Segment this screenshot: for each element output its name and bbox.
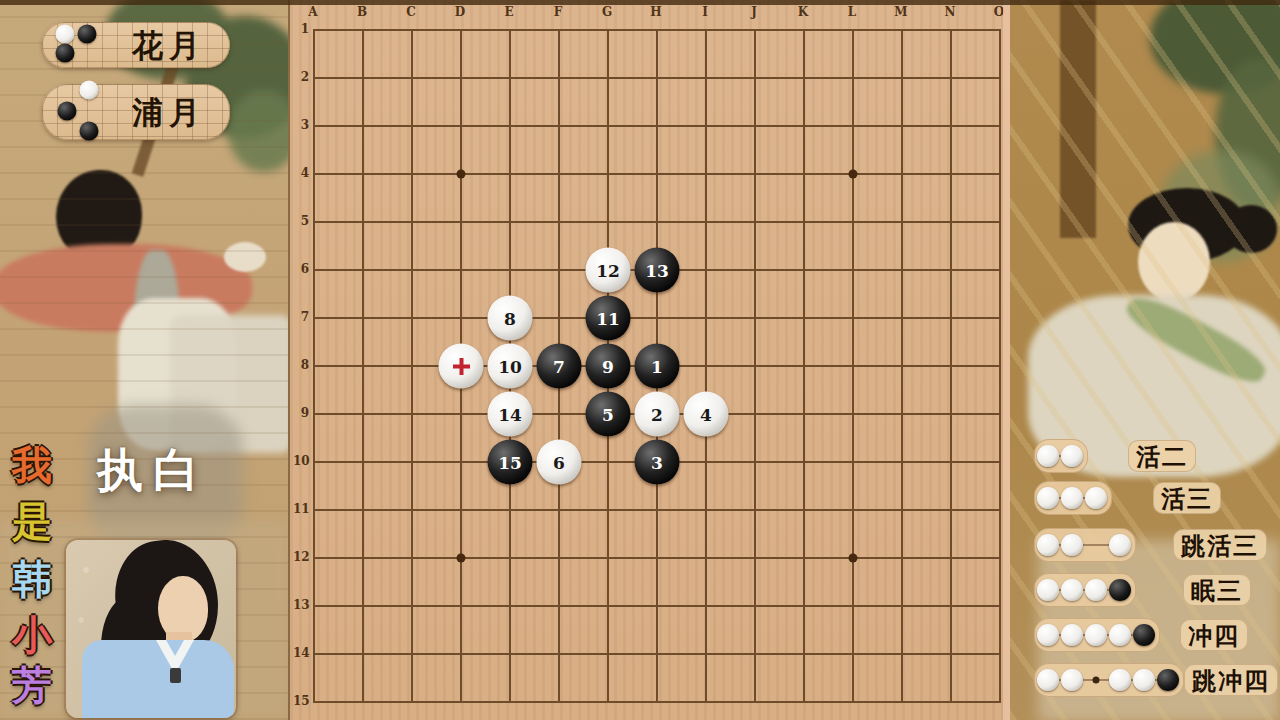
row-label: 6: [293, 262, 309, 276]
avatar-mic-clip: [170, 668, 181, 683]
opening-mini-stone: [58, 101, 77, 120]
stone-move-6: 6: [537, 440, 582, 485]
star-point: [457, 554, 466, 563]
row-label: 13: [293, 598, 309, 612]
column-label: E: [504, 5, 513, 19]
gomoku-lesson-screen: ABCDEFGHIJKLMNO 123456789101112131415 12…: [0, 0, 1280, 720]
painted-lady-hair: [1128, 188, 1246, 262]
pattern-stone: [1037, 487, 1059, 509]
streamer-avatar: [66, 540, 236, 718]
painted-figure-gown: [118, 298, 236, 450]
column-label: F: [554, 5, 563, 19]
painted-lady-sash: [1120, 288, 1271, 391]
painted-figure-drape: [134, 250, 180, 428]
stone-move-16: [439, 344, 484, 389]
pattern-stone: [1133, 624, 1155, 646]
streamer-name-char: 韩: [12, 552, 52, 607]
stone-move-2: 2: [635, 392, 680, 437]
star-point: [849, 170, 858, 179]
right-background-painting: [1010, 0, 1280, 720]
opening-mini-stone: [80, 81, 99, 100]
column-label: M: [894, 5, 907, 19]
column-label: C: [406, 5, 416, 19]
opening-mini-stone: [56, 44, 75, 63]
stone-move-7: 7: [537, 344, 582, 389]
column-label: L: [848, 5, 856, 19]
foliage-decoration: [1160, 150, 1280, 262]
pattern-label: 眠三: [1183, 574, 1251, 606]
pattern-stone: [1061, 669, 1083, 691]
row-label: 3: [293, 118, 309, 132]
streamer-name-char: 我: [12, 438, 52, 493]
row-label: 15: [293, 694, 309, 708]
pattern-stone: [1085, 624, 1107, 646]
last-move-cross-marker: [459, 358, 463, 375]
column-label: K: [798, 5, 808, 19]
column-label: I: [702, 5, 708, 19]
row-label: 1: [293, 22, 309, 36]
pattern-stone: [1061, 624, 1083, 646]
row-label: 8: [293, 358, 309, 372]
streamer-name-char: 是: [12, 494, 52, 549]
column-label: O: [994, 5, 1004, 19]
drapery-decoration: [170, 315, 288, 453]
pattern-label: 冲四: [1180, 619, 1248, 651]
stone-move-5: 5: [586, 392, 631, 437]
pattern-stone: [1109, 579, 1131, 601]
stone-move-12: 12: [586, 248, 631, 293]
playing-white-status: 执白: [97, 440, 209, 502]
row-label: 7: [293, 310, 309, 324]
pattern-stone: [1085, 579, 1107, 601]
stone-move-3: 3: [635, 440, 680, 485]
foliage-decoration: [228, 90, 288, 172]
row-label: 11: [293, 502, 309, 516]
pattern-stone: [1061, 534, 1083, 556]
star-point: [849, 554, 858, 563]
opening-mini-stone: [78, 25, 97, 44]
pattern-label: 活二: [1128, 440, 1196, 472]
pattern-stone: [1037, 669, 1059, 691]
pattern-stone: [1109, 624, 1131, 646]
pattern-stone: [1037, 445, 1059, 467]
painted-lady-face: [1138, 222, 1210, 302]
column-label: G: [602, 5, 612, 19]
painted-figure-hand: [224, 242, 266, 272]
opening-button-2[interactable]: 浦月: [42, 84, 230, 140]
row-label: 4: [293, 166, 309, 180]
row-label: 10: [293, 454, 309, 468]
pattern-label: 活三: [1153, 482, 1221, 514]
stone-move-13: 13: [635, 248, 680, 293]
pillar-decoration: [1060, 0, 1096, 238]
row-label: 5: [293, 214, 309, 228]
painted-figure-robe: [0, 244, 252, 332]
pattern-stone: [1037, 579, 1059, 601]
stone-move-9: 9: [586, 344, 631, 389]
pattern-stone: [1061, 487, 1083, 509]
pattern-stone: [1037, 534, 1059, 556]
pattern-stone: [1157, 669, 1179, 691]
stone-move-4: 4: [684, 392, 729, 437]
streamer-name-char: 芳: [12, 658, 52, 713]
opening-mini-stone: [56, 25, 75, 44]
row-label: 14: [293, 646, 309, 660]
stone-move-10: 10: [488, 344, 533, 389]
gomoku-board[interactable]: ABCDEFGHIJKLMNO 123456789101112131415 12…: [288, 0, 1010, 720]
pattern-stone: [1061, 445, 1083, 467]
column-label: H: [650, 5, 661, 19]
column-label: B: [357, 5, 367, 19]
stone-move-1: 1: [635, 344, 680, 389]
pattern-stone: [1109, 534, 1131, 556]
row-label: 2: [293, 70, 309, 84]
opening-button-1[interactable]: 花月: [42, 22, 230, 68]
row-label: 9: [293, 406, 309, 420]
stone-move-8: 8: [488, 296, 533, 341]
top-edge-bar: [0, 0, 1280, 5]
star-point: [457, 170, 466, 179]
foliage-decoration: [1150, 0, 1280, 94]
pattern-stone: [1037, 624, 1059, 646]
row-label: 12: [293, 550, 309, 564]
stone-move-11: 11: [586, 296, 631, 341]
painted-figure-hair: [56, 170, 142, 262]
avatar-blue-top: [82, 640, 234, 718]
pattern-stone: [1133, 669, 1155, 691]
pattern-stone: [1085, 487, 1107, 509]
opening-mini-stone: [80, 122, 99, 141]
streamer-name-char: 小: [12, 608, 52, 663]
column-label: J: [751, 5, 757, 19]
column-label: D: [455, 5, 465, 19]
opening-label: 花月: [132, 25, 206, 67]
stone-move-14: 14: [488, 392, 533, 437]
pattern-label: 跳活三: [1173, 529, 1267, 561]
pattern-label: 跳冲四: [1184, 664, 1278, 696]
column-label: N: [945, 5, 956, 19]
stone-move-15: 15: [488, 440, 533, 485]
pattern-empty-point-dot: [1093, 677, 1100, 684]
pattern-stone: [1109, 669, 1131, 691]
column-label: A: [308, 5, 317, 19]
opening-label: 浦月: [132, 92, 206, 134]
pattern-stone: [1061, 579, 1083, 601]
foliage-decoration: [1215, 58, 1280, 210]
painted-lady-hairbun: [1225, 205, 1277, 253]
